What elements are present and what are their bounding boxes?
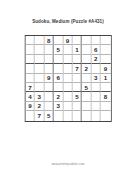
sudoku-cell-r4c4[interactable] (54, 64, 63, 73)
sudoku-cell-r6c1: 7 (26, 83, 35, 92)
sudoku-cell-r5c7[interactable] (82, 74, 91, 83)
sudoku-cell-r7c1: 4 (26, 92, 35, 101)
sudoku-cell-r3c5[interactable] (63, 55, 72, 64)
sudoku-cell-r5c9: 1 (101, 74, 110, 83)
sudoku-cell-r5c5[interactable] (63, 74, 72, 83)
sudoku-cell-r1c5: 9 (63, 36, 72, 45)
sudoku-cell-r3c9[interactable] (101, 55, 110, 64)
sudoku-cell-r6c8[interactable] (91, 83, 100, 92)
sudoku-cell-r8c1: 9 (26, 102, 35, 111)
sudoku-cell-r3c2[interactable] (35, 55, 44, 64)
sudoku-cell-r7c7[interactable] (82, 92, 91, 101)
sudoku-cell-r9c9[interactable] (101, 111, 110, 120)
sudoku-cell-r1c9[interactable] (101, 36, 110, 45)
sudoku-cell-r3c1[interactable] (26, 55, 35, 64)
sudoku-cell-r2c3[interactable] (45, 45, 54, 54)
sudoku-cell-r7c3[interactable] (45, 92, 54, 101)
sudoku-cell-r4c3[interactable] (45, 64, 54, 73)
sudoku-cell-r6c7: 5 (82, 83, 91, 92)
footer-url: www.printmysudoku.com (0, 162, 136, 166)
sudoku-page: Sudoku, Medium (Puzzle #A431) 8951627299… (0, 0, 136, 176)
sudoku-cell-r2c6: 1 (73, 45, 82, 54)
sudoku-cell-r5c1[interactable] (26, 74, 35, 83)
sudoku-cell-r2c2[interactable] (35, 45, 44, 54)
sudoku-cell-r2c1[interactable] (26, 45, 35, 54)
sudoku-cell-r5c2[interactable] (35, 74, 44, 83)
sudoku-cell-r8c4: 3 (54, 102, 63, 111)
sudoku-cell-r4c9: 9 (101, 64, 110, 73)
sudoku-cell-r4c2[interactable] (35, 64, 44, 73)
sudoku-cell-r3c4[interactable] (54, 55, 63, 64)
sudoku-cell-r9c4[interactable] (54, 111, 63, 120)
sudoku-cell-r8c5[interactable] (63, 102, 72, 111)
sudoku-cell-r3c6[interactable] (73, 55, 82, 64)
sudoku-cell-r1c7[interactable] (82, 36, 91, 45)
sudoku-cell-r1c3: 8 (45, 36, 54, 45)
sudoku-cell-r6c6[interactable] (73, 83, 82, 92)
sudoku-cell-r3c3[interactable] (45, 55, 54, 64)
sudoku-cell-r5c8: 3 (91, 74, 100, 83)
sudoku-cell-r2c7[interactable] (82, 45, 91, 54)
sudoku-cell-r6c4[interactable] (54, 83, 63, 92)
sudoku-cell-r2c5[interactable] (63, 45, 72, 54)
sudoku-cell-r9c1[interactable] (26, 111, 35, 120)
sudoku-cell-r9c3: 5 (45, 111, 54, 120)
sudoku-cell-r8c6[interactable] (73, 102, 82, 111)
sudoku-cell-r3c8: 2 (91, 55, 100, 64)
sudoku-cell-r9c5[interactable] (63, 111, 72, 120)
sudoku-cell-r4c5[interactable] (63, 64, 72, 73)
sudoku-cell-r7c8[interactable] (91, 92, 100, 101)
sudoku-cell-r2c4: 5 (54, 45, 63, 54)
sudoku-cell-r7c9: 8 (101, 92, 110, 101)
sudoku-cell-r8c3[interactable] (45, 102, 54, 111)
sudoku-cell-r6c5[interactable] (63, 83, 72, 92)
sudoku-cell-r9c2: 7 (35, 111, 44, 120)
sudoku-cell-r6c3[interactable] (45, 83, 54, 92)
page-title: Sudoku, Medium (Puzzle #A431) (0, 19, 136, 24)
sudoku-cell-r5c3: 9 (45, 74, 54, 83)
sudoku-cell-r9c6[interactable] (73, 111, 82, 120)
sudoku-cell-r4c8[interactable] (91, 64, 100, 73)
sudoku-cell-r1c8[interactable] (91, 36, 100, 45)
sudoku-cell-r6c2[interactable] (35, 83, 44, 92)
sudoku-cell-r3c7[interactable] (82, 55, 91, 64)
sudoku-cell-r2c8: 6 (91, 45, 100, 54)
sudoku-cell-r1c1[interactable] (26, 36, 35, 45)
sudoku-cell-r8c9[interactable] (101, 102, 110, 111)
sudoku-cell-r4c1[interactable] (26, 64, 35, 73)
sudoku-cell-r4c6: 7 (73, 64, 82, 73)
sudoku-cell-r7c2: 3 (35, 92, 44, 101)
sudoku-cell-r5c4: 6 (54, 74, 63, 83)
sudoku-cell-r7c5[interactable] (63, 92, 72, 101)
sudoku-cell-r1c2[interactable] (35, 36, 44, 45)
sudoku-cell-r2c9[interactable] (101, 45, 110, 54)
sudoku-cell-r8c8[interactable] (91, 102, 100, 111)
sudoku-cell-r8c7[interactable] (82, 102, 91, 111)
sudoku-cell-r7c6: 5 (73, 92, 82, 101)
sudoku-cell-r9c8[interactable] (91, 111, 100, 120)
sudoku-board: 8951627299631754325892375 (25, 35, 112, 122)
sudoku-cell-r8c2: 2 (35, 102, 44, 111)
sudoku-cell-r4c7: 2 (82, 64, 91, 73)
sudoku-cell-r9c7[interactable] (82, 111, 91, 120)
sudoku-cell-r1c6[interactable] (73, 36, 82, 45)
sudoku-cell-r1c4[interactable] (54, 36, 63, 45)
sudoku-cell-r7c4: 2 (54, 92, 63, 101)
sudoku-cell-r6c9[interactable] (101, 83, 110, 92)
sudoku-cell-r5c6[interactable] (73, 74, 82, 83)
